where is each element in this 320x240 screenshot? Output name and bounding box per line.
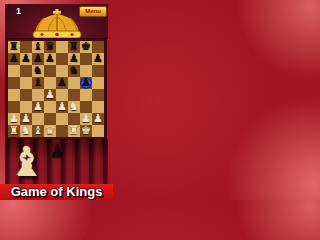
- square-h4[interactable]: [92, 89, 104, 101]
- square-b1[interactable]: ♞: [20, 125, 32, 137]
- square-e1[interactable]: [56, 125, 68, 137]
- square-d1[interactable]: ♛: [44, 125, 56, 137]
- square-h6[interactable]: [92, 65, 104, 77]
- white-queen: ♛: [44, 125, 56, 137]
- square-d8[interactable]: ♛: [44, 41, 56, 53]
- white-knight: ♞: [68, 101, 80, 113]
- black-pawn: ♟: [20, 53, 32, 65]
- square-d6[interactable]: [44, 65, 56, 77]
- square-g3[interactable]: [80, 101, 92, 113]
- square-h1[interactable]: [92, 125, 104, 137]
- square-e7[interactable]: [56, 53, 68, 65]
- black-pawn: ♟: [68, 53, 80, 65]
- black-bishop: ♝: [32, 41, 44, 53]
- black-pawn: ♟: [56, 77, 68, 89]
- square-c1[interactable]: ♝: [32, 125, 44, 137]
- square-c7[interactable]: ♟: [32, 53, 44, 65]
- chess-board: ♜♝♛♜♚♟♟♟♟♟♟♞♞♝♟♟♟♟♟♞♟♟♟♟♜♞♝♛♜♚: [8, 41, 104, 137]
- square-f4[interactable]: [68, 89, 80, 101]
- square-b5[interactable]: [20, 77, 32, 89]
- black-pawn: ♟: [8, 53, 20, 65]
- square-b4[interactable]: [20, 89, 32, 101]
- square-g5[interactable]: ♟: [80, 77, 92, 89]
- board-frame: ♜♝♛♜♚♟♟♟♟♟♟♞♞♝♟♟♟♟♟♞♟♟♟♟♜♞♝♛♜♚: [6, 39, 106, 139]
- square-d2[interactable]: [44, 113, 56, 125]
- header-curtain: 1 Menu: [5, 4, 108, 39]
- square-g6[interactable]: [80, 65, 92, 77]
- title-banner: Game of Kings: [0, 184, 113, 200]
- black-knight: ♞: [32, 65, 44, 77]
- square-f7[interactable]: ♟: [68, 53, 80, 65]
- square-a4[interactable]: [8, 89, 20, 101]
- square-a7[interactable]: ♟: [8, 53, 20, 65]
- app-screen: 1 Menu ♜♝♛♜♚♟♟♟♟♟♟♞♞♝♟♟♟♟♟♞♟♟♟♟♜♞♝♛♜♚ ♝: [5, 4, 108, 184]
- white-rook: ♜: [8, 125, 20, 137]
- square-f6[interactable]: ♞: [68, 65, 80, 77]
- square-c2[interactable]: [32, 113, 44, 125]
- white-bishop-figurine-icon: ♝: [9, 141, 45, 183]
- black-pawn-silhouette-icon: ♟: [49, 141, 65, 161]
- square-a6[interactable]: [8, 65, 20, 77]
- square-g7[interactable]: [80, 53, 92, 65]
- square-h5[interactable]: [92, 77, 104, 89]
- square-a1[interactable]: ♜: [8, 125, 20, 137]
- square-g1[interactable]: ♚: [80, 125, 92, 137]
- square-d7[interactable]: ♟: [44, 53, 56, 65]
- square-b2[interactable]: ♟: [20, 113, 32, 125]
- black-pawn: ♟: [44, 53, 56, 65]
- square-f5[interactable]: [68, 77, 80, 89]
- square-h2[interactable]: ♟: [92, 113, 104, 125]
- white-pawn: ♟: [92, 113, 104, 125]
- square-g2[interactable]: ♟: [80, 113, 92, 125]
- square-e8[interactable]: [56, 41, 68, 53]
- square-b8[interactable]: [20, 41, 32, 53]
- square-d4[interactable]: ♟: [44, 89, 56, 101]
- square-a8[interactable]: ♜: [8, 41, 20, 53]
- square-a2[interactable]: ♟: [8, 113, 20, 125]
- square-f8[interactable]: ♜: [68, 41, 80, 53]
- move-counter: 1: [16, 6, 21, 16]
- square-c8[interactable]: ♝: [32, 41, 44, 53]
- square-a3[interactable]: [8, 101, 20, 113]
- square-a5[interactable]: [8, 77, 20, 89]
- square-e5[interactable]: ♟: [56, 77, 68, 89]
- black-queen: ♛: [44, 41, 56, 53]
- square-h7[interactable]: ♟: [92, 53, 104, 65]
- square-e3[interactable]: ♟: [56, 101, 68, 113]
- black-knight: ♞: [68, 65, 80, 77]
- white-pawn: ♟: [56, 101, 68, 113]
- white-pawn: ♟: [20, 113, 32, 125]
- white-bishop: ♝: [32, 125, 44, 137]
- square-c5[interactable]: ♝: [32, 77, 44, 89]
- white-pawn: ♟: [80, 113, 92, 125]
- square-g8[interactable]: ♚: [80, 41, 92, 53]
- square-d3[interactable]: [44, 101, 56, 113]
- crown-logo-icon: [30, 9, 84, 43]
- square-h8[interactable]: [92, 41, 104, 53]
- white-knight: ♞: [20, 125, 32, 137]
- black-pawn: ♟: [32, 53, 44, 65]
- white-pawn: ♟: [32, 101, 44, 113]
- square-f1[interactable]: ♜: [68, 125, 80, 137]
- black-rook: ♜: [68, 41, 80, 53]
- square-f3[interactable]: ♞: [68, 101, 80, 113]
- square-d5[interactable]: [44, 77, 56, 89]
- black-king: ♚: [80, 41, 92, 53]
- square-f2[interactable]: [68, 113, 80, 125]
- white-rook: ♜: [68, 125, 80, 137]
- white-king: ♚: [80, 125, 92, 137]
- square-b6[interactable]: [20, 65, 32, 77]
- title-banner-text: Game of Kings: [0, 184, 113, 199]
- square-c3[interactable]: ♟: [32, 101, 44, 113]
- white-pawn: ♟: [44, 89, 56, 101]
- footer-curtain: ♝ ♟: [5, 139, 108, 184]
- square-e2[interactable]: [56, 113, 68, 125]
- black-bishop: ♝: [32, 77, 44, 89]
- square-g4[interactable]: [80, 89, 92, 101]
- black-rook: ♜: [8, 41, 20, 53]
- white-pawn: ♟: [8, 113, 20, 125]
- last-move-highlight: [80, 77, 92, 89]
- square-c6[interactable]: ♞: [32, 65, 44, 77]
- square-e4[interactable]: [56, 89, 68, 101]
- square-e6[interactable]: [56, 65, 68, 77]
- square-c4[interactable]: [32, 89, 44, 101]
- square-b3[interactable]: [20, 101, 32, 113]
- square-h3[interactable]: [92, 101, 104, 113]
- square-b7[interactable]: ♟: [20, 53, 32, 65]
- black-pawn: ♟: [92, 53, 104, 65]
